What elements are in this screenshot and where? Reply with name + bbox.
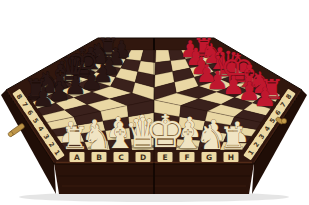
red-pawn-glyph: ♟ bbox=[253, 82, 276, 112]
cell-red-A4[interactable] bbox=[156, 50, 171, 63]
black-pawn-glyph: ♟ bbox=[32, 82, 55, 112]
white-rook-glyph: ♜ bbox=[61, 120, 89, 156]
piece-red-pawn-H2[interactable]: ♟ bbox=[253, 82, 276, 112]
piece-black-pawn-A2[interactable]: ♟ bbox=[32, 82, 55, 112]
white-rook-glyph: ♜ bbox=[219, 120, 247, 156]
piece-white-rook-A1[interactable]: ♜ bbox=[61, 120, 89, 156]
three-player-chess-board: ABCDEFGH1234567812345678♜♜♟♟♞♞♟♟♝♝♟♟♚♛♟♟… bbox=[0, 0, 309, 205]
piece-white-rook-H1[interactable]: ♜ bbox=[219, 120, 247, 156]
product-photo: ABCDEFGH1234567812345678♜♜♟♟♞♞♟♟♝♝♟♟♚♛♟♟… bbox=[0, 0, 309, 205]
